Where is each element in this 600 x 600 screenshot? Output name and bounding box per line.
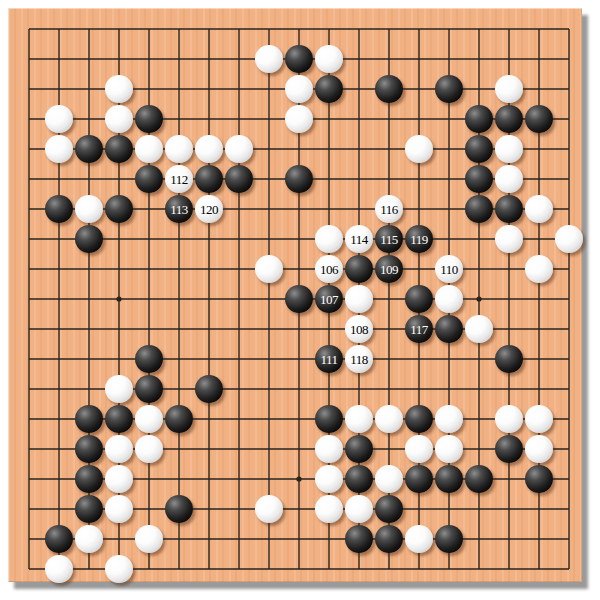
- stone-black: [315, 405, 343, 433]
- move-number-label: 106: [320, 263, 338, 276]
- stone-black: [405, 465, 433, 493]
- goban[interactable]: 1121131201161141151191061091101071081171…: [8, 8, 582, 582]
- stone-black: [375, 525, 403, 553]
- stone-black: [465, 195, 493, 223]
- stone-white: [285, 105, 313, 133]
- stone-black: [195, 375, 223, 403]
- stone-black: [285, 45, 313, 73]
- stone-white: [105, 465, 133, 493]
- stone-black-numbered: 107: [315, 285, 343, 313]
- stone-white: [45, 555, 73, 583]
- stone-black: [495, 195, 523, 223]
- stone-black: [465, 105, 493, 133]
- move-number-label: 113: [170, 203, 188, 216]
- stone-black: [165, 405, 193, 433]
- stone-white: [165, 135, 193, 163]
- stone-black: [315, 75, 343, 103]
- stone-white: [195, 135, 223, 163]
- stone-white: [315, 45, 343, 73]
- stone-black: [135, 165, 163, 193]
- stone-black: [375, 75, 403, 103]
- stone-white-numbered: 116: [375, 195, 403, 223]
- move-number-label: 120: [200, 203, 218, 216]
- stone-black-numbered: 117: [405, 315, 433, 343]
- star-point: [116, 296, 121, 301]
- stone-black: [435, 465, 463, 493]
- stone-black: [135, 375, 163, 403]
- stone-white: [225, 135, 253, 163]
- stone-white: [105, 105, 133, 133]
- stone-black: [105, 135, 133, 163]
- stone-white: [135, 135, 163, 163]
- stone-white: [495, 135, 523, 163]
- stone-white: [405, 435, 433, 463]
- stone-white: [75, 525, 103, 553]
- stone-black: [525, 465, 553, 493]
- stone-white: [345, 495, 373, 523]
- move-number-label: 114: [350, 233, 368, 246]
- star-point: [296, 476, 301, 481]
- stone-white: [135, 435, 163, 463]
- stone-white: [435, 405, 463, 433]
- stone-white: [525, 255, 553, 283]
- stone-white: [435, 435, 463, 463]
- stone-black-numbered: 115: [375, 225, 403, 253]
- move-number-label: 119: [410, 233, 428, 246]
- stone-white: [255, 45, 283, 73]
- stone-black-numbered: 113: [165, 195, 193, 223]
- stone-white: [315, 225, 343, 253]
- stone-white: [255, 495, 283, 523]
- stone-black: [495, 105, 523, 133]
- stone-white: [315, 495, 343, 523]
- stone-black-numbered: 109: [375, 255, 403, 283]
- stone-black: [285, 165, 313, 193]
- stone-white-numbered: 120: [195, 195, 223, 223]
- stone-white: [135, 525, 163, 553]
- stone-white-numbered: 110: [435, 255, 463, 283]
- stone-white: [375, 465, 403, 493]
- stone-black: [495, 345, 523, 373]
- stone-black: [375, 495, 403, 523]
- stone-black: [345, 525, 373, 553]
- stone-white: [345, 405, 373, 433]
- stone-white: [435, 285, 463, 313]
- stone-black: [195, 165, 223, 193]
- stone-white: [75, 195, 103, 223]
- stone-black: [405, 285, 433, 313]
- stone-white: [105, 75, 133, 103]
- stone-black: [75, 225, 103, 253]
- stone-white-numbered: 108: [345, 315, 373, 343]
- move-number-label: 108: [350, 323, 368, 336]
- stone-black: [75, 435, 103, 463]
- stone-black: [525, 105, 553, 133]
- stone-white: [45, 135, 73, 163]
- stone-black: [45, 195, 73, 223]
- move-number-label: 110: [440, 263, 458, 276]
- stone-black: [345, 465, 373, 493]
- stone-white: [525, 195, 553, 223]
- star-point: [476, 296, 481, 301]
- stone-black: [105, 405, 133, 433]
- stone-white: [135, 405, 163, 433]
- stone-white: [465, 315, 493, 343]
- stone-black: [75, 135, 103, 163]
- stone-black: [465, 135, 493, 163]
- stone-black: [165, 495, 193, 523]
- move-number-label: 117: [410, 323, 428, 336]
- stone-black: [435, 75, 463, 103]
- stone-black: [465, 465, 493, 493]
- stone-black: [135, 345, 163, 373]
- stone-white: [375, 405, 403, 433]
- stone-black: [75, 405, 103, 433]
- stone-black: [285, 285, 313, 313]
- stone-black: [105, 195, 133, 223]
- stone-white: [105, 495, 133, 523]
- stone-white: [495, 165, 523, 193]
- stone-white: [525, 435, 553, 463]
- stone-black: [75, 465, 103, 493]
- stone-black: [495, 435, 523, 463]
- stone-white-numbered: 114: [345, 225, 373, 253]
- move-number-label: 115: [380, 233, 398, 246]
- stone-white: [255, 255, 283, 283]
- stone-white-numbered: 118: [345, 345, 373, 373]
- stone-white: [405, 525, 433, 553]
- stone-black: [435, 525, 463, 553]
- stone-white: [495, 75, 523, 103]
- stone-black: [435, 315, 463, 343]
- move-number-label: 111: [320, 353, 337, 366]
- stone-black: [405, 405, 433, 433]
- stone-white: [315, 465, 343, 493]
- stone-white: [105, 375, 133, 403]
- stone-white: [105, 435, 133, 463]
- stone-black: [45, 525, 73, 553]
- page-background: 1121131201161141151191061091101071081171…: [0, 0, 600, 600]
- stone-white: [525, 405, 553, 433]
- stone-black: [345, 435, 373, 463]
- stone-white-numbered: 112: [165, 165, 193, 193]
- stone-white-numbered: 106: [315, 255, 343, 283]
- stone-black: [75, 495, 103, 523]
- stone-white: [555, 225, 583, 253]
- stone-black: [465, 165, 493, 193]
- stone-black: [225, 165, 253, 193]
- stone-white: [45, 105, 73, 133]
- stone-white: [105, 555, 133, 583]
- stone-white: [405, 135, 433, 163]
- stone-black: [135, 105, 163, 133]
- move-number-label: 112: [170, 173, 188, 186]
- stone-white: [285, 75, 313, 103]
- stone-black: [345, 255, 373, 283]
- move-number-label: 109: [380, 263, 398, 276]
- stone-white: [345, 285, 373, 313]
- stone-white: [495, 405, 523, 433]
- move-number-label: 118: [350, 353, 368, 366]
- stone-white: [495, 225, 523, 253]
- move-number-label: 116: [380, 203, 398, 216]
- move-number-label: 107: [320, 293, 338, 306]
- stone-black-numbered: 119: [405, 225, 433, 253]
- stone-white: [315, 435, 343, 463]
- stone-black-numbered: 111: [315, 345, 343, 373]
